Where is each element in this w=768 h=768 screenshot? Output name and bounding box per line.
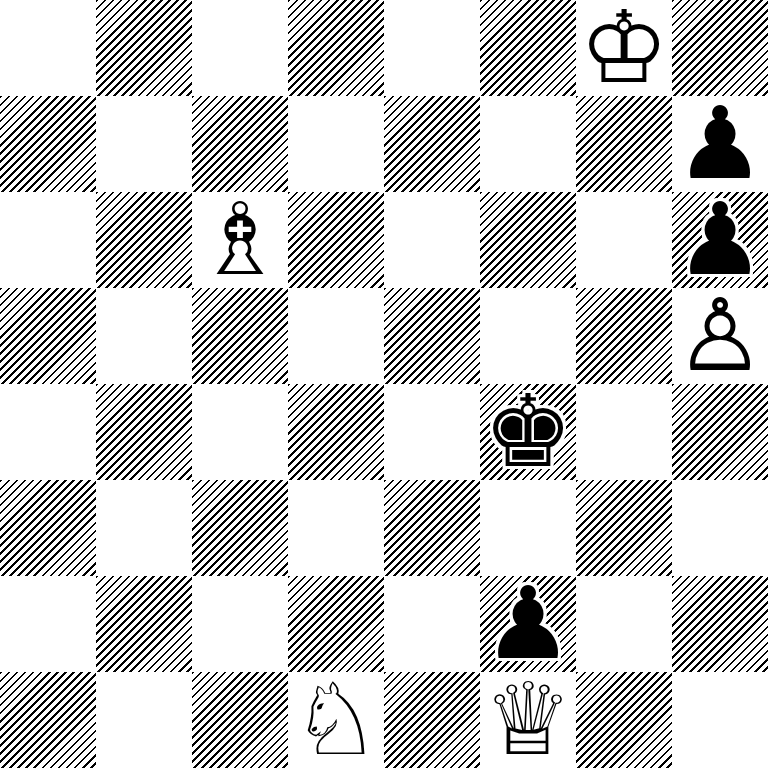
square-c5[interactable]	[192, 288, 288, 384]
square-e3[interactable]	[384, 480, 480, 576]
black-pawn-glyph: ♟	[480, 576, 576, 672]
square-c6[interactable]: ♝♗	[192, 192, 288, 288]
square-b7[interactable]	[96, 96, 192, 192]
square-a6[interactable]	[0, 192, 96, 288]
white-knight-outline-layer: ♘	[288, 672, 384, 768]
black-king-glyph: ♚	[480, 384, 576, 480]
square-d3[interactable]	[288, 480, 384, 576]
white-queen-outline-layer: ♕	[480, 672, 576, 768]
white-king-outline-layer: ♔	[576, 0, 672, 96]
black-pawn-glyph: ♟	[672, 96, 768, 192]
square-h8[interactable]	[672, 0, 768, 96]
square-a7[interactable]	[0, 96, 96, 192]
square-e4[interactable]	[384, 384, 480, 480]
square-b6[interactable]	[96, 192, 192, 288]
square-f7[interactable]	[480, 96, 576, 192]
square-h7[interactable]: ♟	[672, 96, 768, 192]
square-d8[interactable]	[288, 0, 384, 96]
square-e7[interactable]	[384, 96, 480, 192]
square-b1[interactable]	[96, 672, 192, 768]
square-f1[interactable]: ♛♕	[480, 672, 576, 768]
white-pawn-fill-layer: ♟	[672, 288, 768, 384]
white-pawn-outline-layer: ♙	[672, 288, 768, 384]
white-queen[interactable]: ♛♕	[480, 672, 576, 768]
square-f3[interactable]	[480, 480, 576, 576]
square-b5[interactable]	[96, 288, 192, 384]
square-c8[interactable]	[192, 0, 288, 96]
square-c2[interactable]	[192, 576, 288, 672]
square-g6[interactable]	[576, 192, 672, 288]
white-bishop-fill-layer: ♝	[192, 192, 288, 288]
white-queen-fill-layer: ♛	[480, 672, 576, 768]
black-pawn[interactable]: ♟	[672, 192, 768, 288]
white-knight[interactable]: ♞♘	[288, 672, 384, 768]
square-h1[interactable]	[672, 672, 768, 768]
square-c7[interactable]	[192, 96, 288, 192]
black-pawn[interactable]: ♟	[480, 576, 576, 672]
square-b4[interactable]	[96, 384, 192, 480]
square-f4[interactable]: ♚	[480, 384, 576, 480]
black-pawn[interactable]: ♟	[672, 96, 768, 192]
square-a4[interactable]	[0, 384, 96, 480]
black-pawn-glyph: ♟	[672, 192, 768, 288]
square-g1[interactable]	[576, 672, 672, 768]
square-a5[interactable]	[0, 288, 96, 384]
white-king[interactable]: ♚♔	[576, 0, 672, 96]
square-h4[interactable]	[672, 384, 768, 480]
square-h3[interactable]	[672, 480, 768, 576]
white-bishop-outline-layer: ♗	[192, 192, 288, 288]
square-e6[interactable]	[384, 192, 480, 288]
square-b2[interactable]	[96, 576, 192, 672]
square-a1[interactable]	[0, 672, 96, 768]
square-g4[interactable]	[576, 384, 672, 480]
square-d5[interactable]	[288, 288, 384, 384]
square-g8[interactable]: ♚♔	[576, 0, 672, 96]
square-g7[interactable]	[576, 96, 672, 192]
square-h6[interactable]: ♟	[672, 192, 768, 288]
square-b3[interactable]	[96, 480, 192, 576]
square-c1[interactable]	[192, 672, 288, 768]
square-f5[interactable]	[480, 288, 576, 384]
square-b8[interactable]	[96, 0, 192, 96]
square-h5[interactable]: ♟♙	[672, 288, 768, 384]
black-king[interactable]: ♚	[480, 384, 576, 480]
square-d2[interactable]	[288, 576, 384, 672]
square-d4[interactable]	[288, 384, 384, 480]
square-g2[interactable]	[576, 576, 672, 672]
square-g5[interactable]	[576, 288, 672, 384]
square-d1[interactable]: ♞♘	[288, 672, 384, 768]
square-a8[interactable]	[0, 0, 96, 96]
square-c3[interactable]	[192, 480, 288, 576]
white-pawn[interactable]: ♟♙	[672, 288, 768, 384]
square-h2[interactable]	[672, 576, 768, 672]
square-f8[interactable]	[480, 0, 576, 96]
square-c4[interactable]	[192, 384, 288, 480]
square-d6[interactable]	[288, 192, 384, 288]
square-e8[interactable]	[384, 0, 480, 96]
square-f2[interactable]: ♟	[480, 576, 576, 672]
white-bishop[interactable]: ♝♗	[192, 192, 288, 288]
square-a2[interactable]	[0, 576, 96, 672]
square-a3[interactable]	[0, 480, 96, 576]
square-f6[interactable]	[480, 192, 576, 288]
square-g3[interactable]	[576, 480, 672, 576]
square-d7[interactable]	[288, 96, 384, 192]
square-e5[interactable]	[384, 288, 480, 384]
square-e1[interactable]	[384, 672, 480, 768]
square-e2[interactable]	[384, 576, 480, 672]
white-knight-fill-layer: ♞	[288, 672, 384, 768]
chess-board: ♚♔♟♝♗♟♟♙♚♟♞♘♛♕	[0, 0, 768, 768]
white-king-fill-layer: ♚	[576, 0, 672, 96]
